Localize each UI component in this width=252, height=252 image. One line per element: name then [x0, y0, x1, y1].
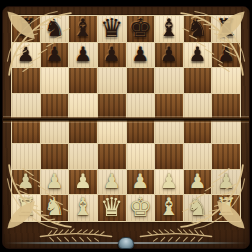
square-g7[interactable]: ♟: [184, 43, 212, 67]
square-d4[interactable]: [98, 119, 126, 143]
piece-white-knight[interactable]: ♞: [187, 195, 209, 219]
piece-white-pawn[interactable]: ♟: [45, 171, 63, 191]
square-e7[interactable]: ♟: [127, 43, 155, 67]
square-b5[interactable]: [41, 94, 69, 118]
piece-white-pawn[interactable]: ♟: [103, 171, 121, 191]
square-d6[interactable]: [98, 68, 126, 92]
square-a8[interactable]: ♜: [12, 16, 40, 42]
square-g4[interactable]: [184, 119, 212, 143]
square-a1[interactable]: ♜: [12, 195, 40, 221]
square-a3[interactable]: [12, 144, 40, 168]
square-a7[interactable]: ♟: [12, 43, 40, 67]
square-d8[interactable]: ♛: [98, 16, 126, 42]
square-c7[interactable]: ♟: [69, 43, 97, 67]
piece-white-knight[interactable]: ♞: [44, 195, 66, 219]
square-b2[interactable]: ♟: [41, 170, 69, 194]
square-f3[interactable]: [155, 144, 183, 168]
square-h7[interactable]: ♟: [212, 43, 240, 67]
square-d3[interactable]: [98, 144, 126, 168]
piece-white-king[interactable]: ♚: [129, 194, 152, 220]
piece-white-bishop[interactable]: ♝: [72, 195, 94, 219]
square-b4[interactable]: [41, 119, 69, 143]
piece-black-rook[interactable]: ♜: [215, 16, 237, 40]
square-h6[interactable]: [212, 68, 240, 92]
square-a6[interactable]: [12, 68, 40, 92]
piece-white-pawn[interactable]: ♟: [189, 171, 207, 191]
square-h5[interactable]: [212, 94, 240, 118]
piece-black-pawn[interactable]: ♟: [74, 44, 92, 64]
square-f4[interactable]: [155, 119, 183, 143]
piece-black-rook[interactable]: ♜: [15, 16, 37, 40]
square-e2[interactable]: ♟: [127, 170, 155, 194]
square-a5[interactable]: [12, 94, 40, 118]
square-f2[interactable]: ♟: [155, 170, 183, 194]
square-g1[interactable]: ♞: [184, 195, 212, 221]
square-e8[interactable]: ♚: [127, 16, 155, 42]
piece-black-knight[interactable]: ♞: [187, 16, 209, 40]
piece-white-pawn[interactable]: ♟: [17, 171, 35, 191]
square-h4[interactable]: [212, 119, 240, 143]
square-c3[interactable]: [69, 144, 97, 168]
square-c6[interactable]: [69, 68, 97, 92]
square-a2[interactable]: ♟: [12, 170, 40, 194]
folding-chess-board: ♜♞♝♛♚♝♞♜♟♟♟♟♟♟♟♟♟♟♟♟♟♟♟♟♜♞♝♛♚♝♞♜: [2, 6, 250, 249]
square-e6[interactable]: [127, 68, 155, 92]
piece-black-pawn[interactable]: ♟: [217, 44, 235, 64]
piece-black-queen[interactable]: ♛: [100, 15, 123, 41]
square-c4[interactable]: [69, 119, 97, 143]
square-g8[interactable]: ♞: [184, 16, 212, 42]
square-g2[interactable]: ♟: [184, 170, 212, 194]
metal-clasp-icon: [118, 237, 134, 249]
square-d1[interactable]: ♛: [98, 195, 126, 221]
square-d2[interactable]: ♟: [98, 170, 126, 194]
square-f1[interactable]: ♝: [155, 195, 183, 221]
piece-white-pawn[interactable]: ♟: [131, 171, 149, 191]
piece-white-rook[interactable]: ♜: [215, 195, 237, 219]
square-e5[interactable]: [127, 94, 155, 118]
square-e1[interactable]: ♚: [127, 195, 155, 221]
square-d7[interactable]: ♟: [98, 43, 126, 67]
square-c8[interactable]: ♝: [69, 16, 97, 42]
piece-black-pawn[interactable]: ♟: [189, 44, 207, 64]
square-f5[interactable]: [155, 94, 183, 118]
square-d5[interactable]: [98, 94, 126, 118]
square-f7[interactable]: ♟: [155, 43, 183, 67]
piece-black-knight[interactable]: ♞: [44, 16, 66, 40]
piece-black-pawn[interactable]: ♟: [17, 44, 35, 64]
square-c5[interactable]: [69, 94, 97, 118]
square-a4[interactable]: [12, 119, 40, 143]
square-f6[interactable]: [155, 68, 183, 92]
piece-black-pawn[interactable]: ♟: [45, 44, 63, 64]
piece-black-bishop[interactable]: ♝: [158, 16, 180, 40]
square-h8[interactable]: ♜: [212, 16, 240, 42]
square-g5[interactable]: [184, 94, 212, 118]
piece-white-pawn[interactable]: ♟: [74, 171, 92, 191]
square-g3[interactable]: [184, 144, 212, 168]
piece-black-pawn[interactable]: ♟: [160, 44, 178, 64]
square-e3[interactable]: [127, 144, 155, 168]
square-h1[interactable]: ♜: [212, 195, 240, 221]
piece-black-bishop[interactable]: ♝: [72, 16, 94, 40]
square-b6[interactable]: [41, 68, 69, 92]
piece-black-pawn[interactable]: ♟: [103, 44, 121, 64]
bottom-frame-carving-left: [37, 228, 115, 243]
square-h3[interactable]: [212, 144, 240, 168]
square-b1[interactable]: ♞: [41, 195, 69, 221]
bottom-frame-carving-right: [137, 228, 215, 243]
piece-white-pawn[interactable]: ♟: [160, 171, 178, 191]
photo-background: ♜♞♝♛♚♝♞♜♟♟♟♟♟♟♟♟♟♟♟♟♟♟♟♟♜♞♝♛♚♝♞♜: [0, 0, 252, 252]
piece-white-bishop[interactable]: ♝: [158, 195, 180, 219]
square-b7[interactable]: ♟: [41, 43, 69, 67]
square-g6[interactable]: [184, 68, 212, 92]
hinge-seam: [3, 117, 249, 122]
square-h2[interactable]: ♟: [212, 170, 240, 194]
piece-black-king[interactable]: ♚: [129, 15, 152, 41]
square-f8[interactable]: ♝: [155, 16, 183, 42]
piece-black-pawn[interactable]: ♟: [131, 44, 149, 64]
square-b3[interactable]: [41, 144, 69, 168]
piece-white-pawn[interactable]: ♟: [217, 171, 235, 191]
square-e4[interactable]: [127, 119, 155, 143]
square-c1[interactable]: ♝: [69, 195, 97, 221]
square-c2[interactable]: ♟: [69, 170, 97, 194]
piece-white-rook[interactable]: ♜: [15, 195, 37, 219]
piece-white-queen[interactable]: ♛: [100, 194, 123, 220]
square-b8[interactable]: ♞: [41, 16, 69, 42]
